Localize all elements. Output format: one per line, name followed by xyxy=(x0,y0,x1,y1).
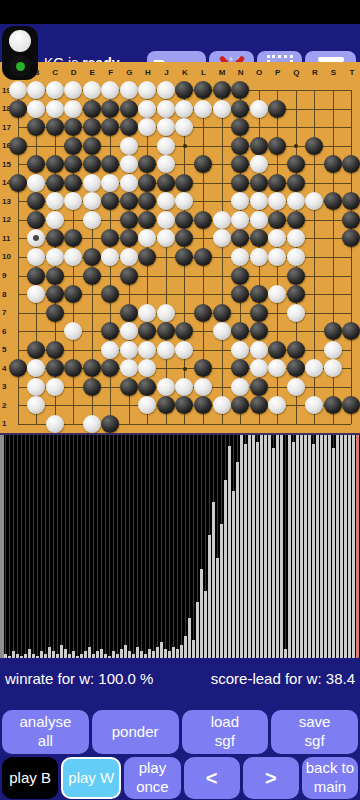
white-stone xyxy=(46,248,64,266)
white-stone xyxy=(324,341,342,359)
white-stone xyxy=(268,248,286,266)
button-row-2: play Bplay Wplayonce<>back tomain xyxy=(0,757,360,799)
black-stone xyxy=(175,248,193,266)
black-stone xyxy=(138,211,156,229)
row-label: 1 xyxy=(2,419,6,428)
row-label: 15 xyxy=(2,160,11,169)
black-stone xyxy=(194,396,212,414)
white-stone xyxy=(120,341,138,359)
black-stone xyxy=(324,396,342,414)
black-stone xyxy=(342,396,360,414)
black-stone xyxy=(9,137,27,155)
row-label: 12 xyxy=(2,215,11,224)
black-stone xyxy=(250,304,268,322)
white-stone xyxy=(9,81,27,99)
black-stone xyxy=(342,229,360,247)
white-stone xyxy=(194,378,212,396)
black-stone xyxy=(194,81,212,99)
white-stone xyxy=(213,229,231,247)
black-stone xyxy=(101,322,119,340)
black-stone xyxy=(231,396,249,414)
black-stone xyxy=(64,174,82,192)
button-row-1: analyseallponderloadsgfsavesgf xyxy=(0,710,360,754)
white-stone xyxy=(231,341,249,359)
black-stone xyxy=(213,81,231,99)
black-stone xyxy=(83,118,101,136)
white-stone xyxy=(268,192,286,210)
black-stone xyxy=(287,341,305,359)
white-stone xyxy=(27,81,45,99)
white-stone xyxy=(64,81,82,99)
white-stone xyxy=(287,304,305,322)
white-stone xyxy=(305,192,323,210)
black-stone xyxy=(120,267,138,285)
column-label: O xyxy=(255,68,264,77)
black-stone xyxy=(138,322,156,340)
white-stone xyxy=(138,81,156,99)
black-stone xyxy=(231,155,249,173)
play-black-button[interactable]: play B xyxy=(2,757,58,799)
white-stone xyxy=(120,155,138,173)
black-stone xyxy=(64,137,82,155)
black-stone xyxy=(231,267,249,285)
column-label: G xyxy=(125,68,134,77)
white-stone xyxy=(213,100,231,118)
white-stone xyxy=(287,192,305,210)
column-label: K xyxy=(180,68,189,77)
white-stone xyxy=(250,100,268,118)
black-stone xyxy=(342,211,360,229)
row-label: 17 xyxy=(2,123,11,132)
black-stone xyxy=(64,118,82,136)
black-stone xyxy=(250,396,268,414)
black-stone xyxy=(287,211,305,229)
black-stone xyxy=(268,341,286,359)
analyse-all-button[interactable]: analyseall xyxy=(2,710,89,754)
column-label: T xyxy=(347,68,356,77)
black-stone xyxy=(46,359,64,377)
black-stone xyxy=(175,174,193,192)
black-stone xyxy=(120,211,138,229)
white-stone xyxy=(268,396,286,414)
white-stone xyxy=(268,229,286,247)
black-stone xyxy=(287,285,305,303)
black-stone xyxy=(101,229,119,247)
row-label: 6 xyxy=(2,327,6,336)
white-stone xyxy=(250,248,268,266)
white-stone xyxy=(64,248,82,266)
black-stone xyxy=(250,174,268,192)
row-label: 4 xyxy=(2,364,6,373)
white-stone xyxy=(324,359,342,377)
white-stone xyxy=(287,229,305,247)
column-label: L xyxy=(199,68,208,77)
white-stone xyxy=(175,100,193,118)
black-stone xyxy=(194,155,212,173)
white-stone xyxy=(157,304,175,322)
black-stone xyxy=(101,155,119,173)
star-point xyxy=(183,367,187,371)
black-stone xyxy=(9,359,27,377)
winrate-text: winrate for w: 100.0 % xyxy=(5,670,153,687)
black-stone xyxy=(287,267,305,285)
white-stone xyxy=(46,378,64,396)
black-stone xyxy=(324,322,342,340)
black-stone xyxy=(46,174,64,192)
black-stone xyxy=(194,211,212,229)
white-stone xyxy=(250,155,268,173)
prev-move-button-label: < xyxy=(206,766,218,791)
column-label: N xyxy=(236,68,245,77)
black-stone xyxy=(157,322,175,340)
white-stone xyxy=(46,81,64,99)
status-bar xyxy=(0,0,360,24)
star-point xyxy=(294,144,298,148)
black-stone xyxy=(175,211,193,229)
white-stone xyxy=(213,211,231,229)
white-stone xyxy=(27,100,45,118)
column-label: Q xyxy=(292,68,301,77)
white-stone xyxy=(83,174,101,192)
black-stone xyxy=(46,285,64,303)
white-stone xyxy=(268,285,286,303)
winrate-graph[interactable] xyxy=(0,435,360,658)
load-sgf-button-label: sgf xyxy=(215,732,235,751)
active-player-dot xyxy=(16,62,25,71)
white-stone xyxy=(46,192,64,210)
white-stone xyxy=(231,248,249,266)
black-stone xyxy=(231,174,249,192)
black-stone xyxy=(83,248,101,266)
white-stone xyxy=(83,81,101,99)
column-label: D xyxy=(69,68,78,77)
black-stone xyxy=(138,248,156,266)
black-stone xyxy=(27,267,45,285)
white-stone xyxy=(157,341,175,359)
row-label: 9 xyxy=(2,271,6,280)
save-sgf-button-label: sgf xyxy=(305,732,325,751)
black-stone xyxy=(194,304,212,322)
black-stone xyxy=(9,100,27,118)
white-stone xyxy=(250,359,268,377)
white-stone xyxy=(157,192,175,210)
black-stone xyxy=(231,285,249,303)
column-label: M xyxy=(218,68,227,77)
black-stone xyxy=(175,396,193,414)
white-stone xyxy=(120,322,138,340)
black-stone xyxy=(324,155,342,173)
white-stone xyxy=(138,396,156,414)
black-stone xyxy=(120,304,138,322)
row-label: 2 xyxy=(2,401,6,410)
white-stone xyxy=(175,341,193,359)
white-stone xyxy=(138,304,156,322)
grid-line-horizontal xyxy=(18,424,352,425)
column-label: R xyxy=(310,68,319,77)
black-stone xyxy=(175,322,193,340)
black-stone xyxy=(175,229,193,247)
black-stone xyxy=(27,341,45,359)
black-stone xyxy=(231,359,249,377)
column-label: C xyxy=(51,68,60,77)
white-stone xyxy=(83,211,101,229)
white-stone xyxy=(157,211,175,229)
black-stone xyxy=(83,155,101,173)
white-stone xyxy=(27,378,45,396)
column-label: F xyxy=(106,68,115,77)
black-stone xyxy=(138,174,156,192)
black-stone xyxy=(27,155,45,173)
black-stone xyxy=(231,322,249,340)
black-stone xyxy=(157,174,175,192)
black-stone xyxy=(175,81,193,99)
row-label: 8 xyxy=(2,290,6,299)
black-stone xyxy=(27,118,45,136)
black-stone xyxy=(46,155,64,173)
star-point xyxy=(183,144,187,148)
black-stone xyxy=(213,304,231,322)
white-stone xyxy=(64,100,82,118)
black-stone xyxy=(101,285,119,303)
white-stone xyxy=(46,211,64,229)
white-stone xyxy=(213,396,231,414)
column-label: S xyxy=(329,68,338,77)
white-stone xyxy=(157,118,175,136)
white-stone xyxy=(120,359,138,377)
black-stone xyxy=(46,267,64,285)
analyse-all-button-label: all xyxy=(38,732,53,751)
black-stone xyxy=(231,118,249,136)
black-stone xyxy=(101,118,119,136)
white-player-indicator xyxy=(9,30,31,52)
white-stone xyxy=(268,359,286,377)
play-once-button-label: once xyxy=(136,778,169,797)
black-stone xyxy=(194,248,212,266)
grid-line-vertical xyxy=(351,90,352,424)
black-stone xyxy=(120,192,138,210)
white-stone xyxy=(64,322,82,340)
white-stone xyxy=(27,285,45,303)
column-label: J xyxy=(162,68,171,77)
grid-line-vertical xyxy=(222,90,223,424)
black-stone xyxy=(287,155,305,173)
black-stone xyxy=(46,118,64,136)
black-stone xyxy=(83,100,101,118)
black-stone xyxy=(194,359,212,377)
engine-status-indicator xyxy=(2,26,38,80)
white-stone xyxy=(250,211,268,229)
play-once-button[interactable]: playonce xyxy=(124,757,180,799)
white-stone xyxy=(157,137,175,155)
white-stone xyxy=(213,322,231,340)
black-stone xyxy=(157,396,175,414)
row-label: 10 xyxy=(2,252,11,261)
white-stone xyxy=(287,248,305,266)
row-label: 13 xyxy=(2,197,11,206)
white-stone xyxy=(250,192,268,210)
white-stone xyxy=(138,341,156,359)
black-stone xyxy=(342,155,360,173)
last-move-marker xyxy=(33,235,39,241)
black-stone xyxy=(27,192,45,210)
white-stone xyxy=(46,415,64,433)
score-lead-text: score-lead for w: 38.4 xyxy=(211,670,355,687)
play-black-button-label: play B xyxy=(9,769,51,788)
save-sgf-button[interactable]: savesgf xyxy=(271,710,358,754)
black-stone xyxy=(324,192,342,210)
white-stone xyxy=(138,100,156,118)
black-stone xyxy=(46,341,64,359)
white-stone xyxy=(175,118,193,136)
play-once-button-label: play xyxy=(139,759,167,778)
back-to-main-button-label: back to xyxy=(306,759,354,778)
play-white-button-label: play W xyxy=(68,769,114,788)
back-to-main-button-label: main xyxy=(314,778,347,797)
black-stone xyxy=(64,229,82,247)
black-stone xyxy=(83,359,101,377)
black-stone xyxy=(46,229,64,247)
next-move-button-label: > xyxy=(265,766,277,791)
black-stone xyxy=(268,211,286,229)
black-stone xyxy=(231,81,249,99)
white-stone xyxy=(64,192,82,210)
black-stone xyxy=(64,155,82,173)
black-stone xyxy=(101,359,119,377)
white-stone xyxy=(120,81,138,99)
black-stone xyxy=(138,378,156,396)
white-stone xyxy=(157,81,175,99)
black-stone xyxy=(268,137,286,155)
black-stone xyxy=(27,211,45,229)
white-stone xyxy=(27,174,45,192)
black-stone xyxy=(250,137,268,155)
white-stone xyxy=(138,359,156,377)
white-stone xyxy=(27,229,45,247)
black-stone xyxy=(268,100,286,118)
prev-move-button[interactable]: < xyxy=(184,757,240,799)
white-stone xyxy=(101,341,119,359)
ponder-button[interactable]: ponder xyxy=(92,710,179,754)
black-stone xyxy=(342,322,360,340)
white-stone xyxy=(27,396,45,414)
black-stone xyxy=(250,322,268,340)
black-stone xyxy=(83,267,101,285)
white-stone xyxy=(46,100,64,118)
black-stone xyxy=(250,229,268,247)
white-stone xyxy=(138,118,156,136)
black-stone xyxy=(101,100,119,118)
black-stone xyxy=(101,415,119,433)
white-stone xyxy=(157,229,175,247)
stats-row: winrate for w: 100.0 % score-lead for w:… xyxy=(0,670,360,687)
black-stone xyxy=(231,229,249,247)
row-label: 3 xyxy=(2,382,6,391)
row-label: 7 xyxy=(2,308,6,317)
white-stone xyxy=(305,396,323,414)
white-stone xyxy=(120,248,138,266)
white-stone xyxy=(120,174,138,192)
next-move-button[interactable]: > xyxy=(243,757,299,799)
white-stone xyxy=(27,248,45,266)
black-stone xyxy=(83,378,101,396)
white-stone xyxy=(287,378,305,396)
white-stone xyxy=(157,155,175,173)
white-stone xyxy=(157,378,175,396)
black-stone xyxy=(250,285,268,303)
black-stone xyxy=(268,174,286,192)
top-nav-bar: KG is ready Pass xyxy=(0,24,360,62)
row-label: 5 xyxy=(2,345,6,354)
black-stone xyxy=(46,304,64,322)
black-stone xyxy=(305,137,323,155)
black-stone xyxy=(9,174,27,192)
white-stone xyxy=(83,192,101,210)
white-stone xyxy=(231,192,249,210)
column-label: E xyxy=(88,68,97,77)
white-stone xyxy=(175,378,193,396)
load-sgf-button[interactable]: loadsgf xyxy=(182,710,269,754)
black-stone xyxy=(138,155,156,173)
winrate-bar xyxy=(356,435,360,658)
column-label: H xyxy=(143,68,152,77)
row-label: 11 xyxy=(2,234,10,243)
black-stone xyxy=(83,137,101,155)
white-stone xyxy=(101,248,119,266)
app-screen: KG is ready Pass ABCDEFGHJKLMNOPQRST1918… xyxy=(0,0,360,800)
black-stone xyxy=(342,192,360,210)
ponder-button-label: ponder xyxy=(112,723,159,742)
load-sgf-button-label: load xyxy=(211,713,239,732)
black-stone xyxy=(64,359,82,377)
go-board[interactable]: ABCDEFGHJKLMNOPQRST191817161514131211109… xyxy=(0,62,360,433)
play-white-button[interactable]: play W xyxy=(61,757,121,799)
white-stone xyxy=(250,341,268,359)
white-stone xyxy=(175,192,193,210)
black-stone xyxy=(138,192,156,210)
white-stone xyxy=(27,359,45,377)
white-stone xyxy=(231,211,249,229)
black-stone xyxy=(231,100,249,118)
white-stone xyxy=(83,415,101,433)
black-stone xyxy=(250,378,268,396)
black-stone xyxy=(120,229,138,247)
black-stone xyxy=(120,100,138,118)
white-stone xyxy=(157,100,175,118)
white-stone xyxy=(231,378,249,396)
black-stone xyxy=(287,359,305,377)
black-stone xyxy=(120,378,138,396)
bottom-panel: winrate for w: 100.0 % score-lead for w:… xyxy=(0,658,360,800)
black-stone xyxy=(101,192,119,210)
back-to-main-button[interactable]: back tomain xyxy=(302,757,358,799)
white-stone xyxy=(194,100,212,118)
white-stone xyxy=(101,81,119,99)
save-sgf-button-label: save xyxy=(299,713,331,732)
black-stone xyxy=(64,285,82,303)
white-stone xyxy=(101,174,119,192)
black-stone xyxy=(287,174,305,192)
analyse-all-button-label: analyse xyxy=(20,713,72,732)
white-stone xyxy=(138,229,156,247)
white-stone xyxy=(305,359,323,377)
black-stone xyxy=(231,137,249,155)
column-label: P xyxy=(273,68,282,77)
black-stone xyxy=(120,118,138,136)
white-stone xyxy=(120,137,138,155)
